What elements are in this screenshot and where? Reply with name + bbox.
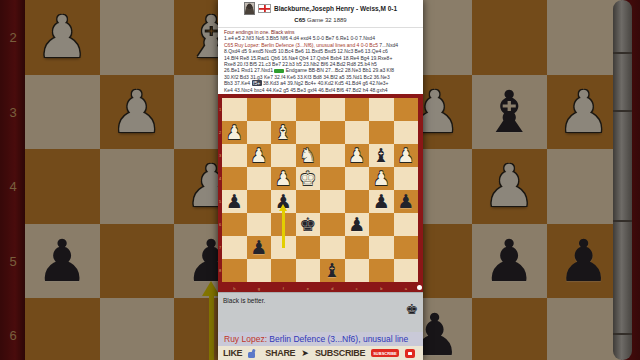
square-b8[interactable] bbox=[369, 259, 394, 282]
file-label-c: c bbox=[345, 286, 370, 291]
board-corner-dot bbox=[417, 285, 422, 290]
last-move-arrow bbox=[282, 210, 285, 248]
square-a7[interactable] bbox=[394, 236, 419, 259]
share-button[interactable]: SHARE bbox=[265, 348, 295, 358]
square-f1[interactable] bbox=[271, 98, 296, 121]
square-g5[interactable] bbox=[247, 190, 272, 213]
white-pawn-c3[interactable]: ♟ bbox=[348, 144, 365, 167]
square-a1[interactable] bbox=[394, 98, 419, 121]
square-e8[interactable] bbox=[296, 259, 321, 282]
file-label-h: h bbox=[222, 286, 247, 291]
action-bar: LIKE SHARE ➤ SUBSCRIBE SUBSCRIBE bbox=[218, 346, 423, 360]
square-f4[interactable]: ♟ bbox=[271, 167, 296, 190]
file-label-e: e bbox=[296, 286, 321, 291]
black-pawn-b5[interactable]: ♟ bbox=[373, 190, 390, 213]
square-b2[interactable] bbox=[369, 121, 394, 144]
board-file-labels: hgfedcba bbox=[222, 286, 418, 291]
square-h6[interactable] bbox=[222, 213, 247, 236]
white-pawn-g3[interactable]: ♟ bbox=[250, 144, 267, 167]
square-e1[interactable] bbox=[296, 98, 321, 121]
square-b1[interactable] bbox=[369, 98, 394, 121]
move-text[interactable]: C65 Ruy Lopez: Berlin Defence (3...Nf6),… bbox=[224, 42, 378, 48]
move-text[interactable]: 14.Bf4 Re8 15.Rad1 Qb6 16.Na4 Qb4 17.Qxb… bbox=[224, 55, 392, 61]
square-a4[interactable] bbox=[394, 167, 419, 190]
current-move[interactable]: f5+ bbox=[252, 80, 262, 86]
square-a2[interactable] bbox=[394, 121, 419, 144]
eco-code: C65 bbox=[294, 17, 305, 23]
black-bishop-b3[interactable]: ♝ bbox=[373, 144, 390, 167]
square-f8[interactable] bbox=[271, 259, 296, 282]
square-c4[interactable] bbox=[345, 167, 370, 190]
black-pawn-a5[interactable]: ♟ bbox=[397, 190, 414, 213]
subscribe-label[interactable]: SUBSCRIBE bbox=[315, 348, 365, 358]
square-c3[interactable]: ♟ bbox=[345, 144, 370, 167]
square-d2[interactable] bbox=[320, 121, 345, 144]
square-h3[interactable] bbox=[222, 144, 247, 167]
file-label-b: b bbox=[369, 286, 394, 291]
square-e5[interactable] bbox=[296, 190, 321, 213]
square-a3[interactable]: ♟ bbox=[394, 144, 419, 167]
square-h1[interactable] bbox=[222, 98, 247, 121]
square-e3[interactable]: ♞ bbox=[296, 144, 321, 167]
square-d5[interactable] bbox=[320, 190, 345, 213]
black-bishop-d8[interactable]: ♝ bbox=[324, 259, 341, 282]
move-text[interactable]: 7...Nxd4 bbox=[378, 42, 398, 48]
share-arrow-icon[interactable]: ➤ bbox=[301, 349, 309, 358]
white-king-e4[interactable]: ♚ bbox=[299, 167, 316, 190]
black-pawn-g7[interactable]: ♟ bbox=[250, 236, 267, 259]
opening-name-blue: Berlin Defence (3...Nf6), unusual line bbox=[267, 334, 408, 344]
like-button[interactable]: LIKE bbox=[223, 348, 242, 358]
square-g3[interactable]: ♟ bbox=[247, 144, 272, 167]
white-knight-e3[interactable]: ♞ bbox=[299, 144, 316, 167]
endgame-badge[interactable] bbox=[274, 69, 284, 74]
square-c7[interactable] bbox=[345, 236, 370, 259]
square-f2[interactable]: ♝ bbox=[271, 121, 296, 144]
square-h8[interactable] bbox=[222, 259, 247, 282]
chess-app-panel: Blackburne,Joseph Henry - Weiss,M 0-1 C6… bbox=[218, 0, 423, 360]
game-subtitle: C65 Game 32 1889 bbox=[218, 15, 423, 26]
move-text[interactable]: 1.e4 e5 2.Nf3 Nc6 3.Bb5 Nf6 4.d4 exd4 5.… bbox=[224, 35, 375, 41]
white-pawn-a3[interactable]: ♟ bbox=[397, 144, 414, 167]
player-portrait bbox=[244, 2, 255, 15]
square-f3[interactable] bbox=[271, 144, 296, 167]
move-text[interactable]: Ke4 43.Nxc4 bxc4 44.Ke2 g5 45.Be3 gxf4 4… bbox=[224, 87, 387, 93]
square-b4[interactable]: ♟ bbox=[369, 167, 394, 190]
square-g6[interactable] bbox=[247, 213, 272, 236]
youtube-icon[interactable] bbox=[405, 349, 415, 358]
square-b6[interactable] bbox=[369, 213, 394, 236]
opening-banner: Ruy Lopez: Berlin Defence (3...Nf6), unu… bbox=[218, 332, 423, 346]
move-text[interactable]: 30.Kf2 Bd3 31.g3 Ke7 32.f4 Ke6 33.Kf3 Bd… bbox=[224, 74, 390, 80]
move-text[interactable]: Bb3 37.Ke4 bbox=[224, 80, 252, 86]
game-annotation: Four endings in one. Black wins bbox=[224, 29, 295, 35]
square-h5[interactable]: ♟ bbox=[222, 190, 247, 213]
square-c6[interactable]: ♟ bbox=[345, 213, 370, 236]
game-info: Game 32 1889 bbox=[305, 17, 346, 23]
square-h2[interactable]: ♟ bbox=[222, 121, 247, 144]
black-pawn-c6[interactable]: ♟ bbox=[348, 213, 365, 236]
move-text[interactable]: 26.Be1 Rxd1 27.Nxd1 bbox=[224, 67, 274, 73]
square-d8[interactable]: ♝ bbox=[320, 259, 345, 282]
chess-board[interactable]: ♟♝♟♞♟♝♟♟♚♟♟♟♟♟♚♟♟♝ bbox=[222, 98, 418, 282]
move-text[interactable]: 38.Kd3 a4 39.Ng2 Bc4+ 40.Kd2 Kd5 41.Bd4 … bbox=[262, 80, 389, 86]
square-g4[interactable] bbox=[247, 167, 272, 190]
square-g7[interactable]: ♟ bbox=[247, 236, 272, 259]
chess-piece-icon: ♚ bbox=[405, 302, 418, 316]
england-flag-icon bbox=[258, 4, 271, 13]
square-h7[interactable] bbox=[222, 236, 247, 259]
square-g2[interactable] bbox=[247, 121, 272, 144]
game-title: Blackburne,Joseph Henry - Weiss,M 0-1 bbox=[274, 5, 397, 12]
white-bishop-f2[interactable]: ♝ bbox=[275, 121, 292, 144]
thumbs-up-icon[interactable] bbox=[248, 349, 259, 358]
subscribe-button[interactable]: SUBSCRIBE bbox=[371, 349, 399, 357]
square-c2[interactable] bbox=[345, 121, 370, 144]
move-text[interactable]: Endgame BB-BN 27...Bc2 28.Ne3 Bb1 29.a3 … bbox=[284, 67, 394, 73]
square-d6[interactable] bbox=[320, 213, 345, 236]
square-e7[interactable] bbox=[296, 236, 321, 259]
black-king-e6[interactable]: ♚ bbox=[299, 213, 316, 236]
square-a8[interactable] bbox=[394, 259, 419, 282]
file-label-d: d bbox=[320, 286, 345, 291]
square-d4[interactable] bbox=[320, 167, 345, 190]
square-g8[interactable] bbox=[247, 259, 272, 282]
move-list[interactable]: Four endings in one. Black wins1.e4 e5 2… bbox=[218, 28, 423, 94]
square-b3[interactable]: ♝ bbox=[369, 144, 394, 167]
assessment-text: Black is better. bbox=[223, 297, 418, 304]
square-c8[interactable] bbox=[345, 259, 370, 282]
square-e6[interactable]: ♚ bbox=[296, 213, 321, 236]
assessment-box: Black is better. ♚ bbox=[218, 292, 423, 332]
white-pawn-b4[interactable]: ♟ bbox=[373, 167, 390, 190]
square-a6[interactable] bbox=[394, 213, 419, 236]
file-label-a: a bbox=[394, 286, 419, 291]
square-b5[interactable]: ♟ bbox=[369, 190, 394, 213]
file-label-g: g bbox=[247, 286, 272, 291]
square-c5[interactable] bbox=[345, 190, 370, 213]
game-header: Blackburne,Joseph Henry - Weiss,M 0-1 C6… bbox=[218, 0, 423, 28]
square-a5[interactable]: ♟ bbox=[394, 190, 419, 213]
square-c1[interactable] bbox=[345, 98, 370, 121]
square-d1[interactable] bbox=[320, 98, 345, 121]
video-frame: 12345678 ♟♝♟♞♟♝♟♟♚♟♟♟♟♟♚♟♟♝ Blackburne,J… bbox=[0, 0, 640, 360]
move-text[interactable]: Rxe8 20.f3 Bf5 21.c3 Be7 22.b3 b5 23.Nb2… bbox=[224, 61, 377, 67]
white-pawn-f4[interactable]: ♟ bbox=[275, 167, 292, 190]
square-b7[interactable] bbox=[369, 236, 394, 259]
file-label-f: f bbox=[271, 286, 296, 291]
square-d3[interactable] bbox=[320, 144, 345, 167]
square-g1[interactable] bbox=[247, 98, 272, 121]
black-pawn-h5[interactable]: ♟ bbox=[226, 190, 243, 213]
board-frame: 12345678 ♟♝♟♞♟♝♟♟♚♟♟♟♟♟♚♟♟♝ hgfedcba bbox=[218, 94, 423, 292]
move-line: Ke4 43.Nxc4 bxc4 44.Ke2 g5 45.Be3 gxf4 4… bbox=[224, 87, 419, 93]
move-text[interactable]: 8.Qxd4 d5 9.exd5 Nxd5 10.Bc4 Be6 11.Bxd5… bbox=[224, 48, 388, 54]
panel-scrollbar-thumb[interactable] bbox=[419, 29, 423, 74]
square-h4[interactable] bbox=[222, 167, 247, 190]
opening-name-red: Ruy Lopez: bbox=[224, 334, 267, 344]
square-d7[interactable] bbox=[320, 236, 345, 259]
white-pawn-h2[interactable]: ♟ bbox=[226, 121, 243, 144]
square-e2[interactable] bbox=[296, 121, 321, 144]
square-e4[interactable]: ♚ bbox=[296, 167, 321, 190]
